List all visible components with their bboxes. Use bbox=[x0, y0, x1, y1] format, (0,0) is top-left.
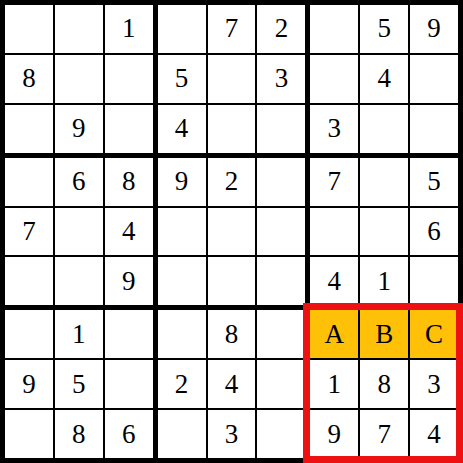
cell-r1c1 bbox=[5, 5, 53, 53]
cell-r9c8: 7 bbox=[360, 410, 408, 458]
box-8: 8243 bbox=[158, 310, 306, 458]
cell-r8c8: 8 bbox=[360, 360, 408, 408]
cell-r6c7: 4 bbox=[310, 257, 358, 305]
cell-r6c9 bbox=[410, 257, 458, 305]
cell-r5c6 bbox=[257, 208, 305, 256]
cell-r2c1: 8 bbox=[5, 55, 53, 103]
cell-r4c1 bbox=[5, 158, 53, 206]
cell-r1c4 bbox=[158, 5, 206, 53]
cell-r1c3: 1 bbox=[105, 5, 153, 53]
cell-r3c9 bbox=[410, 105, 458, 153]
box-6: 75641 bbox=[310, 158, 458, 306]
cell-r1c7 bbox=[310, 5, 358, 53]
cell-r3c3 bbox=[105, 105, 153, 153]
cell-r3c6 bbox=[257, 105, 305, 153]
cell-r7c2: 1 bbox=[55, 310, 103, 358]
cell-r1c9: 9 bbox=[410, 5, 458, 53]
cell-r2c4: 5 bbox=[158, 55, 206, 103]
cell-r6c1 bbox=[5, 257, 53, 305]
cell-r3c8 bbox=[360, 105, 408, 153]
cell-r9c9: 4 bbox=[410, 410, 458, 458]
cell-r4c3: 8 bbox=[105, 158, 153, 206]
cell-r9c7: 9 bbox=[310, 410, 358, 458]
cell-r4c6 bbox=[257, 158, 305, 206]
cell-r8c1: 9 bbox=[5, 360, 53, 408]
cell-r6c3: 9 bbox=[105, 257, 153, 305]
cell-r7c6 bbox=[257, 310, 305, 358]
cell-r6c6 bbox=[257, 257, 305, 305]
cell-r8c3 bbox=[105, 360, 153, 408]
cell-r4c2: 6 bbox=[55, 158, 103, 206]
cell-r8c5: 4 bbox=[208, 360, 256, 408]
box-7: 19586 bbox=[5, 310, 153, 458]
cell-r4c5: 2 bbox=[208, 158, 256, 206]
cell-r5c3: 4 bbox=[105, 208, 153, 256]
cell-r4c7: 7 bbox=[310, 158, 358, 206]
cell-r9c6 bbox=[257, 410, 305, 458]
cell-r7c9: C bbox=[410, 310, 458, 358]
cell-r7c3 bbox=[105, 310, 153, 358]
cell-r5c1: 7 bbox=[5, 208, 53, 256]
cell-r5c9: 6 bbox=[410, 208, 458, 256]
cell-r5c4 bbox=[158, 208, 206, 256]
cell-r3c5 bbox=[208, 105, 256, 153]
cell-r3c7: 3 bbox=[310, 105, 358, 153]
cell-r8c2: 5 bbox=[55, 360, 103, 408]
cell-r7c8: B bbox=[360, 310, 408, 358]
cell-r5c8 bbox=[360, 208, 408, 256]
cell-r7c5: 8 bbox=[208, 310, 256, 358]
cell-r4c8 bbox=[360, 158, 408, 206]
cell-r2c6: 3 bbox=[257, 55, 305, 103]
box-1: 189 bbox=[5, 5, 153, 153]
cell-r2c9 bbox=[410, 55, 458, 103]
cell-r2c5 bbox=[208, 55, 256, 103]
cell-r6c8: 1 bbox=[360, 257, 408, 305]
cell-r5c5 bbox=[208, 208, 256, 256]
cell-r2c8: 4 bbox=[360, 55, 408, 103]
sudoku-board: 189725345943687499275641195868243ABC1839… bbox=[0, 0, 463, 463]
cell-r5c7 bbox=[310, 208, 358, 256]
box-5: 92 bbox=[158, 158, 306, 306]
cell-r4c4: 9 bbox=[158, 158, 206, 206]
cell-r7c4 bbox=[158, 310, 206, 358]
cell-r6c4 bbox=[158, 257, 206, 305]
box-3: 5943 bbox=[310, 5, 458, 153]
cell-r1c5: 7 bbox=[208, 5, 256, 53]
cell-r5c2 bbox=[55, 208, 103, 256]
cell-r3c2: 9 bbox=[55, 105, 103, 153]
cell-r9c4 bbox=[158, 410, 206, 458]
cell-r7c7: A bbox=[310, 310, 358, 358]
cell-r3c4: 4 bbox=[158, 105, 206, 153]
cell-r8c4: 2 bbox=[158, 360, 206, 408]
cell-r9c5: 3 bbox=[208, 410, 256, 458]
box-4: 68749 bbox=[5, 158, 153, 306]
cell-r2c7 bbox=[310, 55, 358, 103]
cell-r9c1 bbox=[5, 410, 53, 458]
cell-r8c6 bbox=[257, 360, 305, 408]
box-2: 72534 bbox=[158, 5, 306, 153]
cell-r1c6: 2 bbox=[257, 5, 305, 53]
cell-r2c3 bbox=[105, 55, 153, 103]
cell-r9c2: 8 bbox=[55, 410, 103, 458]
cell-r8c7: 1 bbox=[310, 360, 358, 408]
cell-r6c5 bbox=[208, 257, 256, 305]
cell-r2c2 bbox=[55, 55, 103, 103]
cell-r6c2 bbox=[55, 257, 103, 305]
cell-r8c9: 3 bbox=[410, 360, 458, 408]
cell-r3c1 bbox=[5, 105, 53, 153]
cell-r4c9: 5 bbox=[410, 158, 458, 206]
cell-r9c3: 6 bbox=[105, 410, 153, 458]
box-9: ABC183974 bbox=[310, 310, 458, 458]
cell-r1c2 bbox=[55, 5, 103, 53]
cell-r7c1 bbox=[5, 310, 53, 358]
cell-r1c8: 5 bbox=[360, 5, 408, 53]
